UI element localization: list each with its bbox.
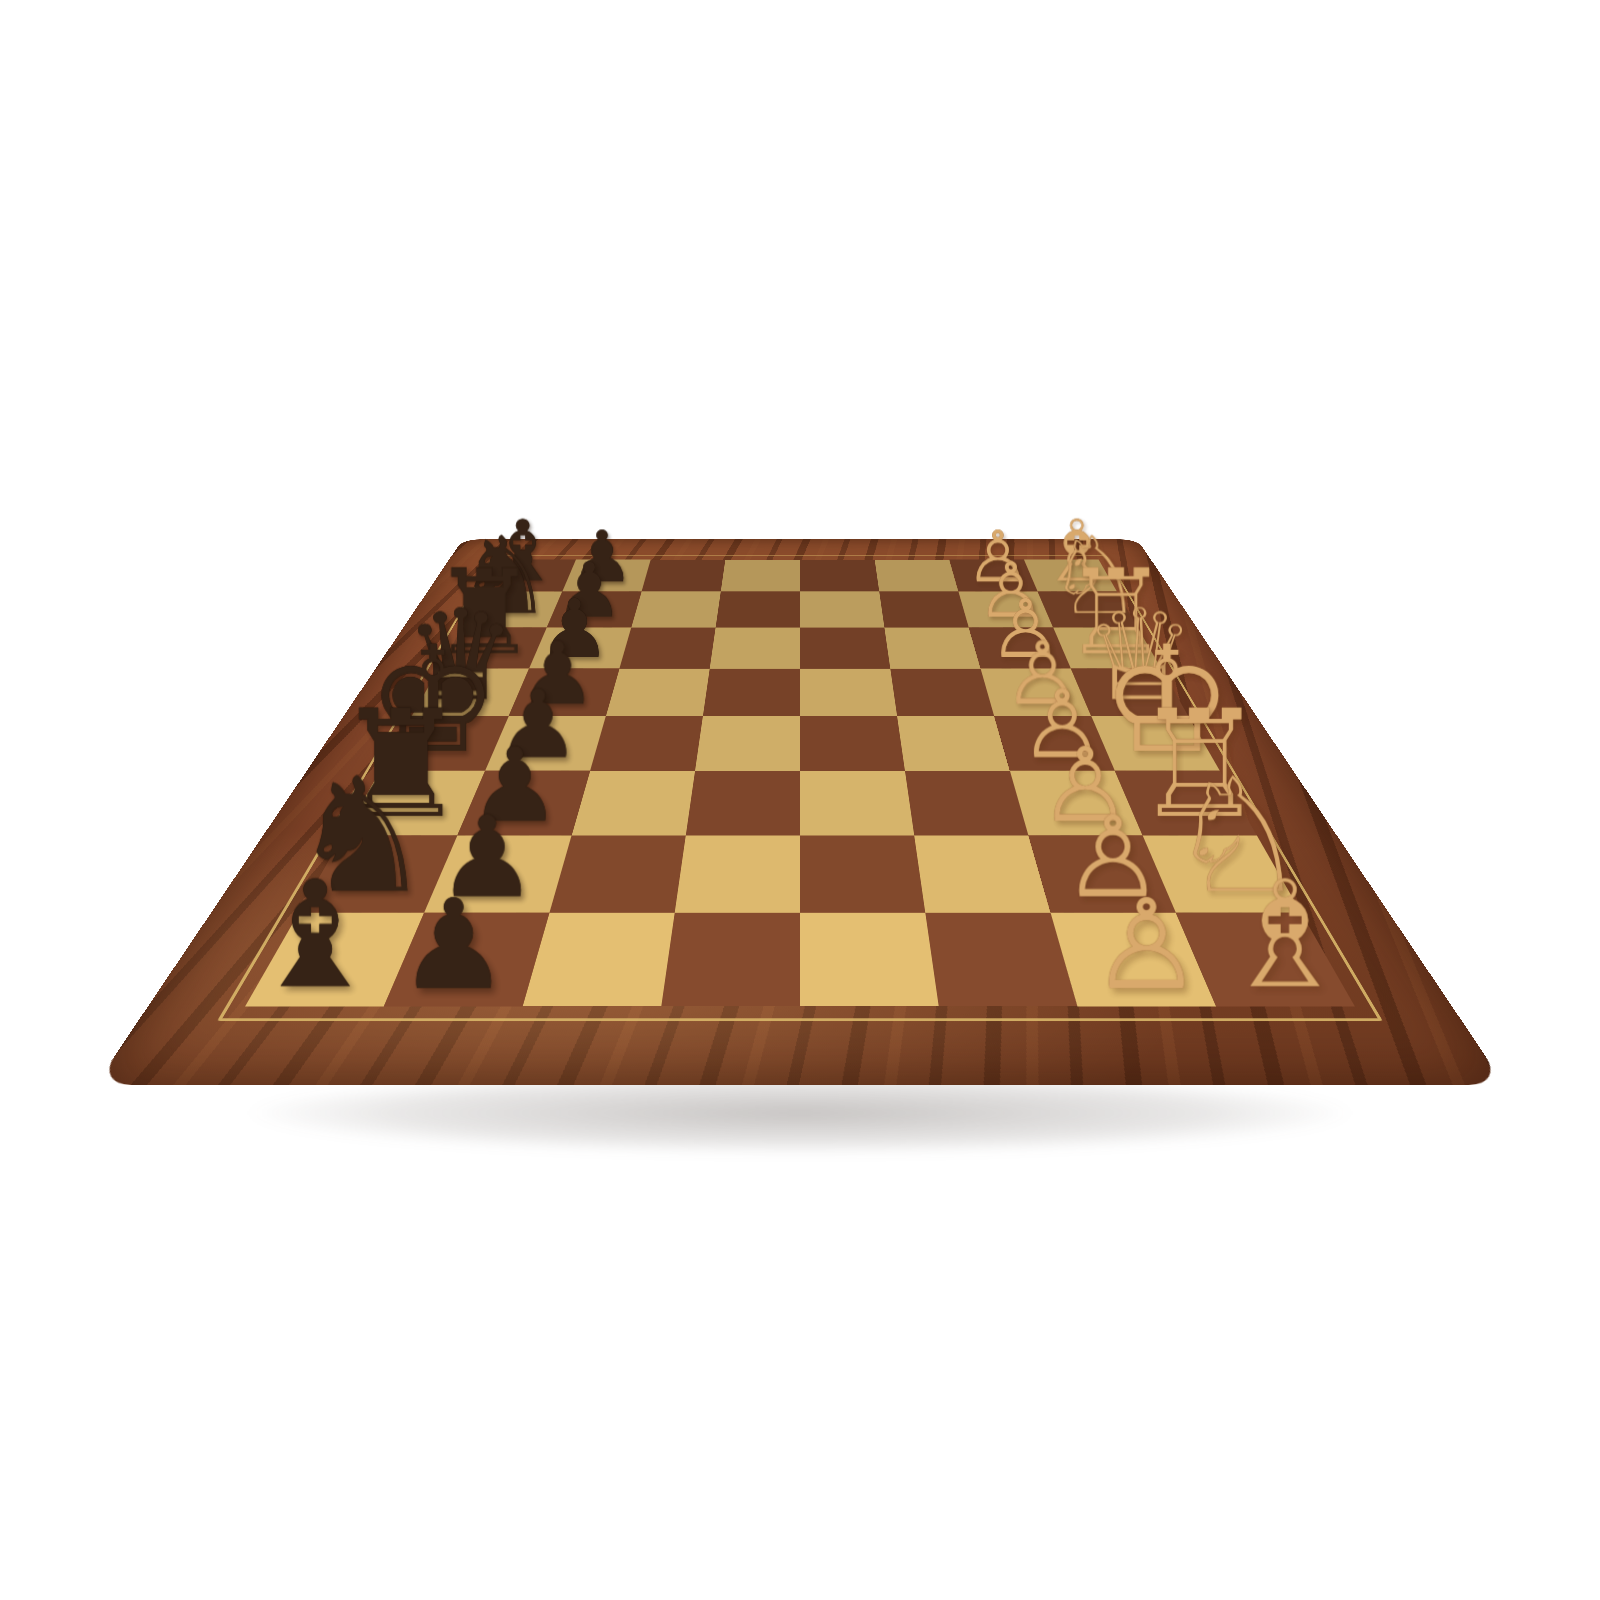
- square-g5: [675, 835, 800, 912]
- square-c4: [800, 628, 890, 669]
- piece-white-pawn-h2: ♙: [1090, 887, 1202, 1005]
- square-e3: [897, 716, 1010, 771]
- square-a4: [800, 560, 879, 592]
- square-g4: [800, 835, 925, 912]
- square-h7: ♟: [384, 913, 550, 1007]
- photo-scene: ♝♟♙♗♞♟♙♘♜♟♙♖♛♟♙♕♚♟♙♔♜♟♙♖♞♟♙♘♝♟♙♗: [0, 0, 1600, 1600]
- playing-area: ♝♟♙♗♞♟♙♘♜♟♙♖♛♟♙♕♚♟♙♔♜♟♙♖♞♟♙♘♝♟♙♗: [245, 560, 1355, 1007]
- square-c5: [710, 628, 800, 669]
- square-f5: [686, 771, 800, 836]
- square-b3: [879, 591, 969, 627]
- square-e6: [590, 716, 703, 771]
- square-b5: [716, 591, 800, 627]
- chess-board: ♝♟♙♗♞♟♙♘♜♟♙♖♛♟♙♕♚♟♙♔♜♟♙♖♞♟♙♘♝♟♙♗: [95, 539, 1505, 1085]
- square-f3: [905, 771, 1028, 836]
- board-front-edge: [141, 1048, 1458, 1076]
- square-g6: [549, 835, 685, 912]
- piece-black-bishop-h8: ♝: [249, 865, 381, 1005]
- square-g3: [914, 835, 1050, 912]
- square-b4: [800, 591, 884, 627]
- square-d3: [890, 669, 994, 716]
- square-h5: [661, 913, 800, 1007]
- square-h4: [800, 913, 939, 1007]
- square-f6: [572, 771, 695, 836]
- square-a6: [642, 560, 726, 592]
- square-d5: [703, 669, 800, 716]
- square-c6: [619, 628, 715, 669]
- square-c3: [884, 628, 980, 669]
- square-e5: [695, 716, 800, 771]
- piece-black-pawn-h7: ♟: [398, 887, 510, 1005]
- square-a3: [875, 560, 959, 592]
- square-h2: ♙: [1051, 913, 1217, 1007]
- square-d6: [606, 669, 710, 716]
- square-h6: [523, 913, 675, 1007]
- square-b6: [631, 591, 721, 627]
- square-f4: [800, 771, 914, 836]
- square-d4: [800, 669, 897, 716]
- square-e4: [800, 716, 905, 771]
- piece-white-bishop-h1: ♗: [1219, 865, 1351, 1005]
- square-a5: [721, 560, 800, 592]
